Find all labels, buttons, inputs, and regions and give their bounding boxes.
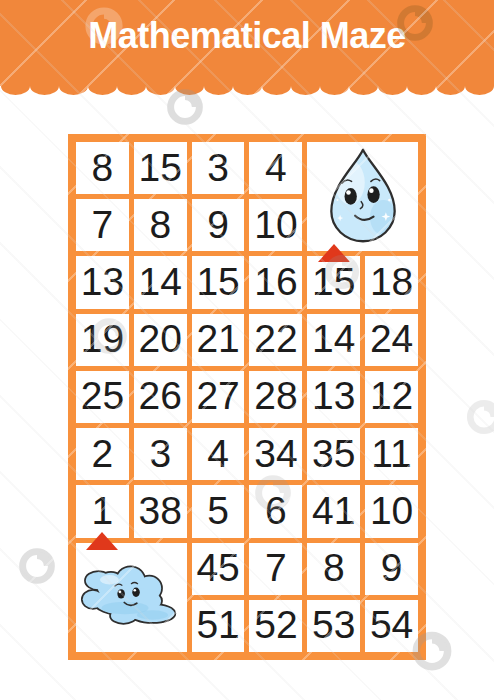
maze-cell[interactable]: 2 bbox=[78, 430, 127, 478]
maze-cell[interactable]: 9 bbox=[194, 201, 243, 249]
watermark-icon bbox=[14, 543, 60, 589]
maze-cell[interactable]: 20 bbox=[136, 316, 185, 364]
maze-grid: 8153478910131415161518192021221424252627… bbox=[68, 134, 426, 660]
maze-cell[interactable]: 1 bbox=[78, 487, 127, 535]
maze-cell[interactable]: 19 bbox=[78, 316, 127, 364]
maze-cell[interactable]: 18 bbox=[367, 258, 416, 306]
maze-cell[interactable]: 15 bbox=[136, 144, 185, 192]
maze-cell[interactable]: 4 bbox=[194, 430, 243, 478]
maze-cell[interactable]: 54 bbox=[367, 602, 416, 650]
page-title: Mathematical Maze bbox=[0, 14, 494, 58]
maze-cell[interactable]: 27 bbox=[194, 373, 243, 421]
maze-cell[interactable]: 38 bbox=[136, 487, 185, 535]
maze-cell[interactable]: 14 bbox=[136, 258, 185, 306]
maze-cell[interactable]: 13 bbox=[309, 373, 358, 421]
maze-cell[interactable]: 8 bbox=[136, 201, 185, 249]
maze-cell[interactable]: 11 bbox=[367, 430, 416, 478]
maze-cell[interactable]: 35 bbox=[309, 430, 358, 478]
maze-cell[interactable]: 10 bbox=[251, 201, 300, 249]
maze-cell[interactable]: 45 bbox=[194, 545, 243, 593]
maze-cell[interactable]: 6 bbox=[251, 487, 300, 535]
maze-cell[interactable]: 15 bbox=[194, 258, 243, 306]
maze-cell[interactable]: 34 bbox=[251, 430, 300, 478]
start-cell-water-drop bbox=[309, 144, 416, 249]
start-marker-triangle bbox=[318, 244, 350, 262]
maze-cell[interactable]: 21 bbox=[194, 316, 243, 364]
maze-cell[interactable]: 10 bbox=[367, 487, 416, 535]
maze-cell[interactable]: 52 bbox=[251, 602, 300, 650]
maze-cell[interactable]: 13 bbox=[78, 258, 127, 306]
maze-cell[interactable]: 41 bbox=[309, 487, 358, 535]
maze-cell[interactable]: 3 bbox=[136, 430, 185, 478]
maze-cell[interactable]: 7 bbox=[78, 201, 127, 249]
maze-cell[interactable]: 22 bbox=[251, 316, 300, 364]
maze-cell[interactable]: 53 bbox=[309, 602, 358, 650]
maze-cell[interactable]: 8 bbox=[309, 545, 358, 593]
maze-cell[interactable]: 26 bbox=[136, 373, 185, 421]
watermark-icon bbox=[462, 395, 494, 439]
maze-cell[interactable]: 16 bbox=[251, 258, 300, 306]
maze-cell[interactable]: 7 bbox=[251, 545, 300, 593]
maze-cell[interactable]: 4 bbox=[251, 144, 300, 192]
maze-cell[interactable]: 9 bbox=[367, 545, 416, 593]
water-drop-icon bbox=[319, 145, 407, 246]
maze-cell[interactable]: 3 bbox=[194, 144, 243, 192]
maze-cell[interactable]: 5 bbox=[194, 487, 243, 535]
maze-cell[interactable]: 8 bbox=[78, 144, 127, 192]
maze-cell[interactable]: 12 bbox=[367, 373, 416, 421]
cloud-icon bbox=[78, 557, 185, 637]
maze-cell[interactable]: 14 bbox=[309, 316, 358, 364]
finish-cell-cloud bbox=[78, 545, 185, 650]
worksheet-page: Mathematical Maze bbox=[0, 0, 494, 700]
maze-cell[interactable]: 25 bbox=[78, 373, 127, 421]
maze-cell[interactable]: 28 bbox=[251, 373, 300, 421]
maze-cell[interactable]: 51 bbox=[194, 602, 243, 650]
finish-marker-triangle bbox=[86, 532, 118, 550]
maze-cell[interactable]: 15 bbox=[309, 258, 358, 306]
maze-cell[interactable]: 24 bbox=[367, 316, 416, 364]
